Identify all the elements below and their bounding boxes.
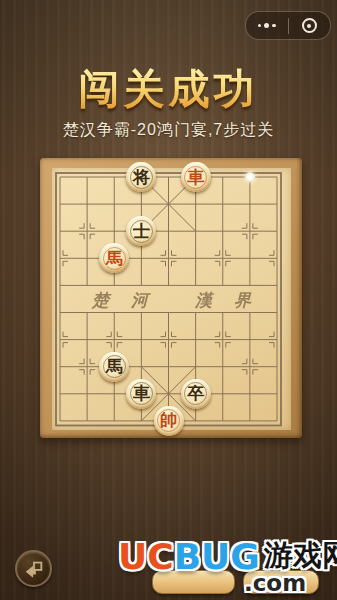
wechat-capsule (245, 11, 331, 40)
undo-return-arrow-icon (23, 558, 45, 580)
back-button[interactable] (15, 550, 52, 587)
more-dots-icon (264, 23, 269, 28)
piece-black-車[interactable]: 車 (126, 379, 156, 409)
board-surface[interactable]: 楚 河 漢 界 将車士馬馬車卒帥 (52, 168, 291, 430)
watermark-cn: 游戏网 (264, 539, 337, 572)
piece-red-帥[interactable]: 帥 (154, 406, 184, 436)
capsule-circle-button[interactable] (289, 12, 331, 39)
level-subtitle: 楚汉争霸-20鸿门宴,7步过关 (0, 120, 337, 141)
pieces-layer: 将車士馬馬車卒帥 (52, 168, 291, 430)
piece-red-馬[interactable]: 馬 (99, 243, 129, 273)
piece-black-卒[interactable]: 卒 (181, 379, 211, 409)
piece-black-士[interactable]: 士 (126, 216, 156, 246)
app-background: 闯关成功 楚汉争霸-20鸿门宴,7步过关 楚 河 漢 界 将車士馬馬車卒帥 UC… (0, 0, 337, 600)
more-options-button[interactable] (246, 12, 288, 39)
piece-red-車[interactable]: 車 (181, 162, 211, 192)
record-circle-icon (302, 18, 317, 33)
action-button-right[interactable] (243, 570, 319, 594)
move-origin-dot (245, 172, 255, 182)
action-button-left[interactable] (152, 570, 235, 594)
more-dots-icon (272, 24, 276, 28)
page-title: 闯关成功 (0, 62, 337, 117)
more-dots-icon (258, 24, 262, 28)
board-frame: 楚 河 漢 界 将車士馬馬車卒帥 (40, 158, 302, 438)
piece-black-将[interactable]: 将 (126, 162, 156, 192)
piece-black-馬[interactable]: 馬 (99, 352, 129, 382)
